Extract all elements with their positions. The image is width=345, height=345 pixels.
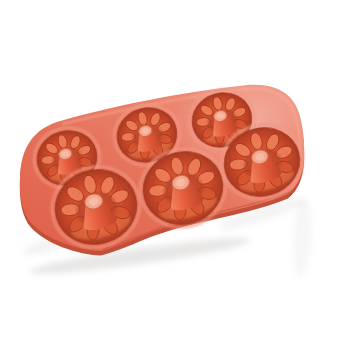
product-photo [0, 0, 345, 345]
drop-shadow [291, 198, 313, 279]
silicone-mold-illustration [0, 0, 345, 345]
